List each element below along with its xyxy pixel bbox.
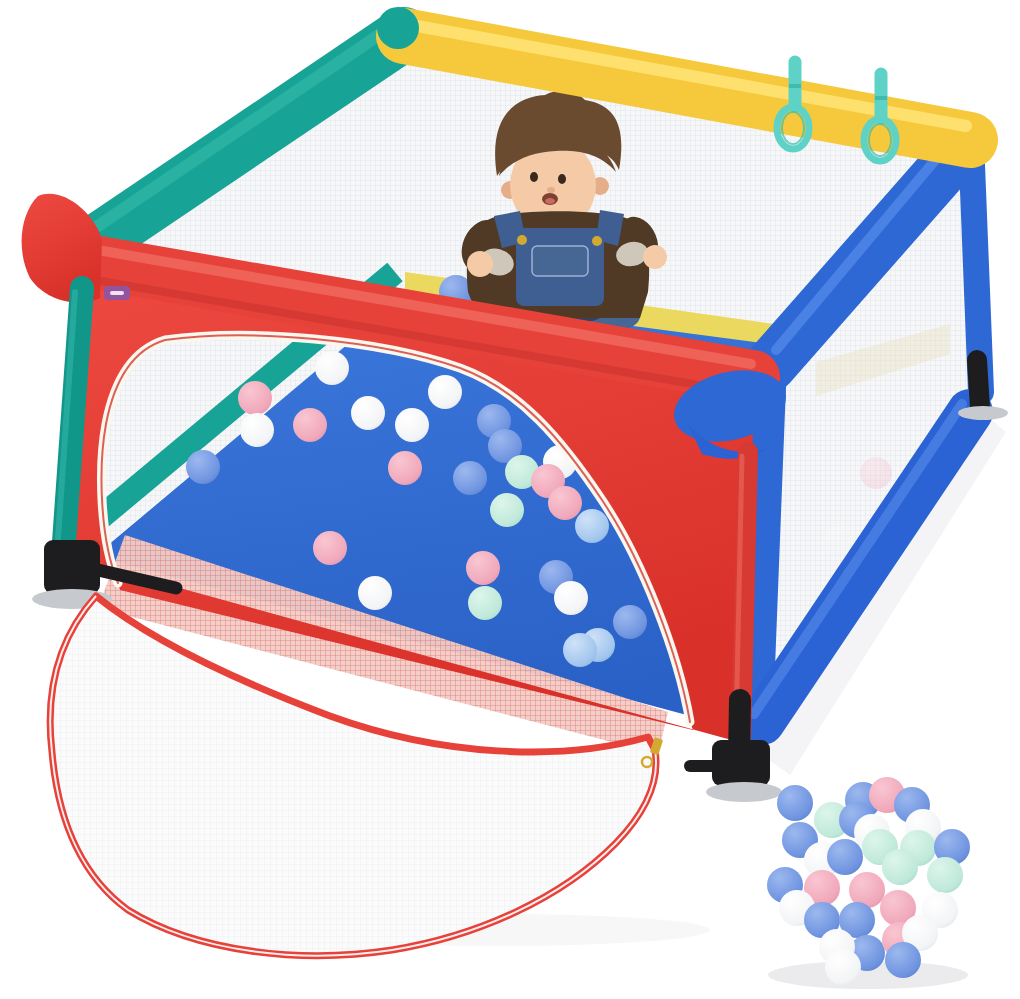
- play-ball-white: [395, 408, 429, 442]
- play-ball-blue: [777, 785, 813, 821]
- playpen-scene: [0, 0, 1020, 999]
- play-ball-white: [554, 581, 588, 615]
- play-ball-pink: [388, 451, 422, 485]
- play-ball-white: [825, 949, 861, 985]
- child-eye-left: [530, 172, 538, 182]
- play-ball-blue: [885, 942, 921, 978]
- play-ball-mint: [490, 493, 524, 527]
- play-ball-mint: [468, 586, 502, 620]
- front-right-suction-foot: [706, 782, 782, 802]
- child-overall-button-left: [517, 235, 527, 245]
- play-ball-mint: [927, 857, 963, 893]
- play-ball-white: [351, 396, 385, 430]
- play-ball-pink: [313, 531, 347, 565]
- child-eye-right: [558, 174, 566, 184]
- play-ball-white: [428, 375, 462, 409]
- right-suction-foot: [958, 406, 1008, 420]
- right-wall-front-column: [755, 385, 768, 718]
- child-hand-right: [643, 245, 667, 269]
- play-ball-pink: [238, 381, 272, 415]
- child-bib-pocket: [532, 246, 588, 276]
- play-ball-pink: [466, 551, 500, 585]
- brand-tag: [104, 286, 130, 300]
- play-ball-blue: [453, 461, 487, 495]
- child-tongue: [545, 198, 555, 204]
- play-ball-pink: [293, 408, 327, 442]
- play-ball-mint: [882, 849, 918, 885]
- front-left-foot-bracket: [44, 540, 100, 594]
- play-ball-pink: [548, 486, 582, 520]
- play-ball-white: [240, 413, 274, 447]
- play-ball-blue: [613, 605, 647, 639]
- product-photo-stage: [0, 0, 1020, 999]
- right-corner-foot-bracket: [977, 360, 980, 408]
- play-ball-lightblue: [563, 633, 597, 667]
- back-corner-teal-cap: [377, 7, 419, 49]
- play-ball-blue: [827, 839, 863, 875]
- child-overall-button-right: [592, 236, 602, 246]
- play-ball-lightblue: [575, 509, 609, 543]
- play-ball-blue: [186, 450, 220, 484]
- play-ball-white: [315, 351, 349, 385]
- play-ball-white: [358, 576, 392, 610]
- child-nose: [547, 187, 555, 193]
- child-hand-left: [467, 251, 493, 277]
